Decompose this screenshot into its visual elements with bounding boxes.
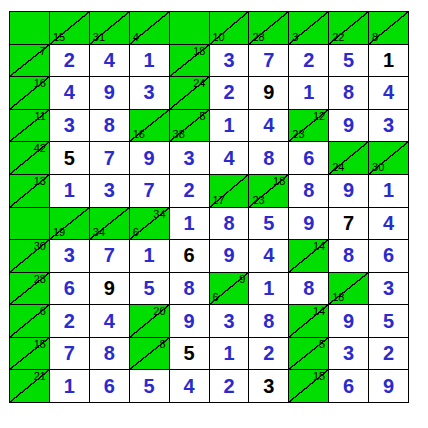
across-clue-r3c1: 16 bbox=[34, 77, 46, 89]
cell-digit-r10c5: 9 bbox=[170, 305, 209, 337]
down-clue-r1c6: 10 bbox=[213, 31, 225, 43]
value-cell-r3c8[interactable]: 1 bbox=[289, 77, 328, 109]
down-clue-r1c8: 3 bbox=[292, 31, 298, 43]
across-clue-r6c1: 13 bbox=[34, 175, 46, 187]
cell-digit-r10c6: 3 bbox=[210, 305, 249, 337]
cell-digit-r6c3: 3 bbox=[90, 175, 129, 207]
cell-digit-r8c2: 3 bbox=[50, 240, 89, 272]
cell-digit-r8c6: 9 bbox=[210, 240, 249, 272]
value-cell-r2c7[interactable]: 7 bbox=[249, 45, 288, 77]
cell-digit-r6c4: 7 bbox=[130, 175, 169, 207]
down-clue-r9c6: 6 bbox=[213, 291, 219, 303]
down-clue-r7c2: 19 bbox=[53, 226, 65, 238]
cell-digit-r8c9: 8 bbox=[329, 240, 368, 272]
clue-cell-r1c2: 15 bbox=[50, 12, 89, 44]
cell-digit-r8c5: 6 bbox=[170, 240, 209, 272]
cell-digit-r12c7: 3 bbox=[249, 370, 288, 402]
blank-cell-r1c5 bbox=[170, 12, 209, 44]
value-cell-r10c3[interactable]: 4 bbox=[90, 305, 129, 337]
down-clue-r1c4: 4 bbox=[133, 31, 139, 43]
across-clue-r8c1: 30 bbox=[34, 240, 46, 252]
cell-digit-r4c9: 9 bbox=[329, 110, 368, 142]
value-cell-r5c5[interactable]: 3 bbox=[170, 142, 209, 174]
value-cell-r8c10[interactable]: 6 bbox=[369, 240, 408, 272]
clue-cell-r12c1: 21 bbox=[10, 370, 49, 402]
value-cell-r9c7[interactable]: 1 bbox=[249, 273, 288, 305]
cell-digit-r5c4: 9 bbox=[130, 142, 169, 174]
value-cell-r12c2[interactable]: 1 bbox=[50, 370, 89, 402]
clue-cell-r6c7: 1823 bbox=[249, 175, 288, 207]
clue-cell-r7c3: 34 bbox=[90, 208, 129, 240]
value-cell-r5c7[interactable]: 8 bbox=[249, 142, 288, 174]
down-clue-r1c10: 8 bbox=[372, 31, 378, 43]
down-clue-r1c9: 22 bbox=[332, 31, 344, 43]
value-cell-r8c3[interactable]: 7 bbox=[90, 240, 129, 272]
value-cell-r5c4[interactable]: 9 bbox=[130, 142, 169, 174]
value-cell-r9c10[interactable]: 3 bbox=[369, 273, 408, 305]
cell-digit-r12c4: 5 bbox=[130, 370, 169, 402]
value-cell-r3c6[interactable]: 2 bbox=[210, 77, 249, 109]
down-clue-r7c4: 6 bbox=[133, 226, 139, 238]
cell-digit-r6c2: 1 bbox=[50, 175, 89, 207]
value-cell-r3c10[interactable]: 4 bbox=[369, 77, 408, 109]
cell-digit-r4c3: 8 bbox=[90, 110, 129, 142]
down-clue-r6c7: 23 bbox=[252, 194, 264, 206]
cell-digit-r3c7: 9 bbox=[249, 77, 288, 109]
across-clue-r8c8: 14 bbox=[313, 240, 325, 252]
clue-cell-r10c8: 14 bbox=[289, 305, 328, 337]
value-cell-r9c2[interactable]: 6 bbox=[50, 273, 89, 305]
value-cell-r11c5[interactable]: 5 bbox=[170, 338, 209, 370]
clue-cell-r11c4: 8 bbox=[130, 338, 169, 370]
cell-digit-r7c6: 8 bbox=[210, 208, 249, 240]
value-cell-r8c4[interactable]: 1 bbox=[130, 240, 169, 272]
cell-digit-r5c7: 8 bbox=[249, 142, 288, 174]
value-cell-r6c4[interactable]: 7 bbox=[130, 175, 169, 207]
cell-digit-r8c4: 1 bbox=[130, 240, 169, 272]
cell-digit-r2c9: 5 bbox=[329, 45, 368, 77]
value-cell-r2c3[interactable]: 4 bbox=[90, 45, 129, 77]
value-cell-r9c5[interactable]: 8 bbox=[170, 273, 209, 305]
clue-cell-r4c8: 1223 bbox=[289, 110, 328, 142]
cell-digit-r7c5: 1 bbox=[170, 208, 209, 240]
value-cell-r9c8[interactable]: 8 bbox=[289, 273, 328, 305]
cell-digit-r8c10: 6 bbox=[369, 240, 408, 272]
value-cell-r2c6[interactable]: 3 bbox=[210, 45, 249, 77]
cell-digit-r9c5: 8 bbox=[170, 273, 209, 305]
value-cell-r12c9[interactable]: 6 bbox=[329, 370, 368, 402]
value-cell-r8c7[interactable]: 4 bbox=[249, 240, 288, 272]
cell-digit-r3c2: 4 bbox=[50, 77, 89, 109]
cell-digit-r8c3: 7 bbox=[90, 240, 129, 272]
cell-digit-r7c9: 7 bbox=[329, 208, 368, 240]
value-cell-r9c3[interactable]: 9 bbox=[90, 273, 129, 305]
value-cell-r10c5[interactable]: 9 bbox=[170, 305, 209, 337]
across-clue-r3c5: 24 bbox=[193, 77, 205, 89]
cell-digit-r5c2: 5 bbox=[50, 142, 89, 174]
clue-cell-r8c8: 14 bbox=[289, 240, 328, 272]
value-cell-r9c4[interactable]: 5 bbox=[130, 273, 169, 305]
value-cell-r11c3[interactable]: 8 bbox=[90, 338, 129, 370]
clue-cell-r1c6: 10 bbox=[210, 12, 249, 44]
blank-cell-r1c1 bbox=[10, 12, 49, 44]
value-cell-r5c8[interactable]: 6 bbox=[289, 142, 328, 174]
clue-cell-r5c10: 30 bbox=[369, 142, 408, 174]
value-cell-r4c2[interactable]: 3 bbox=[50, 110, 89, 142]
cell-digit-r3c10: 4 bbox=[369, 77, 408, 109]
cell-digit-r2c7: 7 bbox=[249, 45, 288, 77]
clue-cell-r10c1: 6 bbox=[10, 305, 49, 337]
cell-digit-r11c9: 3 bbox=[329, 338, 368, 370]
cell-digit-r3c6: 2 bbox=[210, 77, 249, 109]
cell-digit-r9c2: 6 bbox=[50, 273, 89, 305]
value-cell-r12c3[interactable]: 6 bbox=[90, 370, 129, 402]
cell-digit-r12c6: 2 bbox=[210, 370, 249, 402]
cell-digit-r12c5: 4 bbox=[170, 370, 209, 402]
value-cell-r3c3[interactable]: 9 bbox=[90, 77, 129, 109]
clue-cell-r5c1: 42 bbox=[10, 142, 49, 174]
across-clue-r9c1: 28 bbox=[34, 273, 46, 285]
cell-digit-r5c6: 4 bbox=[210, 142, 249, 174]
value-cell-r2c8[interactable]: 2 bbox=[289, 45, 328, 77]
value-cell-r3c4[interactable]: 3 bbox=[130, 77, 169, 109]
cell-digit-r3c8: 1 bbox=[289, 77, 328, 109]
value-cell-r3c2[interactable]: 4 bbox=[50, 77, 89, 109]
clue-cell-r1c7: 28 bbox=[249, 12, 288, 44]
clue-cell-r10c4: 20 bbox=[130, 305, 169, 337]
value-cell-r2c2[interactable]: 2 bbox=[50, 45, 89, 77]
clue-cell-r1c8: 3 bbox=[289, 12, 328, 44]
cell-digit-r12c3: 6 bbox=[90, 370, 129, 402]
cell-digit-r11c7: 2 bbox=[249, 338, 288, 370]
value-cell-r10c9[interactable]: 9 bbox=[329, 305, 368, 337]
value-cell-r4c10[interactable]: 3 bbox=[369, 110, 408, 142]
value-cell-r4c3[interactable]: 8 bbox=[90, 110, 129, 142]
value-cell-r7c9[interactable]: 7 bbox=[329, 208, 368, 240]
cell-digit-r9c3: 9 bbox=[90, 273, 129, 305]
across-clue-r11c8: 5 bbox=[319, 338, 325, 350]
value-cell-r10c6[interactable]: 3 bbox=[210, 305, 249, 337]
cell-digit-r4c6: 1 bbox=[210, 110, 249, 142]
cell-digit-r9c10: 3 bbox=[369, 273, 408, 305]
across-clue-r12c1: 21 bbox=[34, 370, 46, 382]
value-cell-r3c9[interactable]: 8 bbox=[329, 77, 368, 109]
across-clue-r11c1: 15 bbox=[34, 338, 46, 350]
value-cell-r8c9[interactable]: 8 bbox=[329, 240, 368, 272]
value-cell-r11c6[interactable]: 1 bbox=[210, 338, 249, 370]
value-cell-r8c5[interactable]: 6 bbox=[170, 240, 209, 272]
cell-digit-r5c8: 6 bbox=[289, 142, 328, 174]
clue-cell-r3c1: 16 bbox=[10, 77, 49, 109]
clue-cell-r7c2: 19 bbox=[50, 208, 89, 240]
down-clue-r4c4: 16 bbox=[133, 128, 145, 140]
clue-cell-r9c9: 18 bbox=[329, 273, 368, 305]
value-cell-r8c2[interactable]: 3 bbox=[50, 240, 89, 272]
clue-cell-r3c5: 24 bbox=[170, 77, 209, 109]
value-cell-r6c3[interactable]: 3 bbox=[90, 175, 129, 207]
clue-cell-r1c9: 22 bbox=[329, 12, 368, 44]
cell-digit-r6c9: 9 bbox=[329, 175, 368, 207]
clue-cell-r11c8: 5 bbox=[289, 338, 328, 370]
clue-cell-r1c10: 8 bbox=[369, 12, 408, 44]
value-cell-r7c6[interactable]: 8 bbox=[210, 208, 249, 240]
across-clue-r4c8: 12 bbox=[313, 110, 325, 122]
value-cell-r5c2[interactable]: 5 bbox=[50, 142, 89, 174]
value-cell-r11c7[interactable]: 2 bbox=[249, 338, 288, 370]
value-cell-r6c5[interactable]: 2 bbox=[170, 175, 209, 207]
across-clue-r4c1: 11 bbox=[34, 110, 45, 122]
value-cell-r12c10[interactable]: 9 bbox=[369, 370, 408, 402]
clue-cell-r11c1: 15 bbox=[10, 338, 49, 370]
down-clue-r1c2: 15 bbox=[53, 31, 65, 43]
clue-cell-r1c3: 31 bbox=[90, 12, 129, 44]
value-cell-r4c7[interactable]: 4 bbox=[249, 110, 288, 142]
clue-cell-r4c4: 16 bbox=[130, 110, 169, 142]
cell-digit-r2c8: 2 bbox=[289, 45, 328, 77]
clue-cell-r6c6: 17 bbox=[210, 175, 249, 207]
value-cell-r5c3[interactable]: 7 bbox=[90, 142, 129, 174]
cell-digit-r6c5: 2 bbox=[170, 175, 209, 207]
clue-cell-r5c9: 24 bbox=[329, 142, 368, 174]
cell-digit-r2c2: 2 bbox=[50, 45, 89, 77]
down-clue-r9c9: 18 bbox=[332, 291, 344, 303]
clue-cell-r9c1: 28 bbox=[10, 273, 49, 305]
cell-digit-r2c3: 4 bbox=[90, 45, 129, 77]
clue-cell-r6c1: 13 bbox=[10, 175, 49, 207]
cell-digit-r11c2: 7 bbox=[50, 338, 89, 370]
across-clue-r6c7: 18 bbox=[273, 175, 285, 187]
blank-cell-r7c1 bbox=[10, 208, 49, 240]
value-cell-r5c6[interactable]: 4 bbox=[210, 142, 249, 174]
value-cell-r12c7[interactable]: 3 bbox=[249, 370, 288, 402]
cell-digit-r10c3: 4 bbox=[90, 305, 129, 337]
value-cell-r2c9[interactable]: 5 bbox=[329, 45, 368, 77]
cell-digit-r3c3: 9 bbox=[90, 77, 129, 109]
clue-cell-r9c6: 96 bbox=[210, 273, 249, 305]
value-cell-r3c7[interactable]: 9 bbox=[249, 77, 288, 109]
down-clue-r4c8: 23 bbox=[292, 128, 304, 140]
value-cell-r10c7[interactable]: 8 bbox=[249, 305, 288, 337]
clue-cell-r2c1: 7 bbox=[10, 45, 49, 77]
kakuro-board: 1531410283228724118372511649324291841138… bbox=[9, 11, 409, 403]
clue-cell-r8c1: 30 bbox=[10, 240, 49, 272]
value-cell-r11c10[interactable]: 2 bbox=[369, 338, 408, 370]
down-clue-r1c7: 28 bbox=[252, 31, 264, 43]
across-clue-r4c5: 5 bbox=[199, 110, 205, 122]
value-cell-r6c2[interactable]: 1 bbox=[50, 175, 89, 207]
cell-digit-r2c10: 1 bbox=[369, 45, 408, 77]
cell-digit-r6c10: 1 bbox=[369, 175, 408, 207]
value-cell-r10c2[interactable]: 2 bbox=[50, 305, 89, 337]
clue-cell-r4c1: 11 bbox=[10, 110, 49, 142]
across-clue-r10c8: 14 bbox=[313, 305, 325, 317]
down-clue-r6c6: 17 bbox=[213, 194, 225, 206]
cell-digit-r7c10: 4 bbox=[369, 208, 408, 240]
cell-digit-r4c2: 3 bbox=[50, 110, 89, 142]
clue-cell-r7c4: 346 bbox=[130, 208, 169, 240]
across-clue-r10c1: 6 bbox=[40, 305, 46, 317]
cell-digit-r4c7: 4 bbox=[249, 110, 288, 142]
value-cell-r4c6[interactable]: 1 bbox=[210, 110, 249, 142]
cell-digit-r11c6: 1 bbox=[210, 338, 249, 370]
value-cell-r12c5[interactable]: 4 bbox=[170, 370, 209, 402]
cell-digit-r12c10: 9 bbox=[369, 370, 408, 402]
cell-digit-r6c8: 8 bbox=[289, 175, 328, 207]
cell-digit-r7c8: 9 bbox=[289, 208, 328, 240]
cell-digit-r10c10: 5 bbox=[369, 305, 408, 337]
cell-digit-r10c2: 2 bbox=[50, 305, 89, 337]
cell-digit-r5c3: 7 bbox=[90, 142, 129, 174]
cell-digit-r11c3: 8 bbox=[90, 338, 129, 370]
value-cell-r11c2[interactable]: 7 bbox=[50, 338, 89, 370]
across-clue-r5c1: 42 bbox=[34, 142, 46, 154]
value-cell-r8c6[interactable]: 9 bbox=[210, 240, 249, 272]
value-cell-r4c9[interactable]: 9 bbox=[329, 110, 368, 142]
cell-digit-r11c5: 5 bbox=[170, 338, 209, 370]
value-cell-r12c6[interactable]: 2 bbox=[210, 370, 249, 402]
cell-digit-r4c10: 3 bbox=[369, 110, 408, 142]
cell-digit-r9c8: 8 bbox=[289, 273, 328, 305]
cell-digit-r10c9: 9 bbox=[329, 305, 368, 337]
cell-digit-r12c2: 1 bbox=[50, 370, 89, 402]
down-clue-r4c5: 38 bbox=[173, 128, 185, 140]
across-clue-r2c5: 18 bbox=[193, 45, 205, 57]
clue-cell-r1c4: 4 bbox=[130, 12, 169, 44]
value-cell-r7c7[interactable]: 5 bbox=[249, 208, 288, 240]
cell-digit-r12c9: 6 bbox=[329, 370, 368, 402]
value-cell-r7c8[interactable]: 9 bbox=[289, 208, 328, 240]
cell-digit-r8c7: 4 bbox=[249, 240, 288, 272]
value-cell-r10c10[interactable]: 5 bbox=[369, 305, 408, 337]
value-cell-r6c9[interactable]: 9 bbox=[329, 175, 368, 207]
value-cell-r2c4[interactable]: 1 bbox=[130, 45, 169, 77]
down-clue-r7c3: 34 bbox=[93, 226, 105, 238]
down-clue-r5c10: 30 bbox=[372, 161, 384, 173]
clue-cell-r12c8: 15 bbox=[289, 370, 328, 402]
across-clue-r7c4: 34 bbox=[153, 208, 165, 220]
down-clue-r5c9: 24 bbox=[332, 161, 344, 173]
cell-digit-r5c5: 3 bbox=[170, 142, 209, 174]
value-cell-r2c10[interactable]: 1 bbox=[369, 45, 408, 77]
across-clue-r2c1: 7 bbox=[40, 45, 46, 57]
cell-digit-r2c4: 1 bbox=[130, 45, 169, 77]
cell-digit-r11c10: 2 bbox=[369, 338, 408, 370]
cell-digit-r9c4: 5 bbox=[130, 273, 169, 305]
clue-cell-r2c5: 18 bbox=[170, 45, 209, 77]
value-cell-r7c10[interactable]: 4 bbox=[369, 208, 408, 240]
across-clue-r10c4: 20 bbox=[153, 305, 165, 317]
down-clue-r1c3: 31 bbox=[93, 31, 105, 43]
cell-digit-r10c7: 8 bbox=[249, 305, 288, 337]
clue-cell-r4c5: 538 bbox=[170, 110, 209, 142]
cell-digit-r3c4: 3 bbox=[130, 77, 169, 109]
value-cell-r12c4[interactable]: 5 bbox=[130, 370, 169, 402]
across-clue-r12c8: 15 bbox=[313, 370, 325, 382]
across-clue-r9c6: 9 bbox=[239, 273, 245, 285]
value-cell-r6c8[interactable]: 8 bbox=[289, 175, 328, 207]
cell-digit-r7c7: 5 bbox=[249, 208, 288, 240]
cell-digit-r2c6: 3 bbox=[210, 45, 249, 77]
value-cell-r11c9[interactable]: 3 bbox=[329, 338, 368, 370]
cell-digit-r3c9: 8 bbox=[329, 77, 368, 109]
value-cell-r6c10[interactable]: 1 bbox=[369, 175, 408, 207]
across-clue-r11c4: 8 bbox=[159, 338, 165, 350]
cell-digit-r9c7: 1 bbox=[249, 273, 288, 305]
value-cell-r7c5[interactable]: 1 bbox=[170, 208, 209, 240]
